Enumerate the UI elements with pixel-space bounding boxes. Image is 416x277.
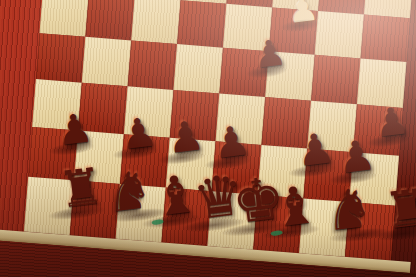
piece-shadow bbox=[245, 63, 288, 80]
black-pawn-f7: ♟ bbox=[294, 127, 336, 173]
black-pawn-a7: ♟ bbox=[54, 107, 94, 151]
piece-shadow bbox=[280, 17, 321, 34]
black-pawn-g7: ♟ bbox=[335, 134, 377, 180]
pieces-layer: ♟♟♟♟♟♟♟♟♟♜♞♝♛♚♝♞♜ bbox=[0, 0, 416, 277]
black-rook-h8: ♜ bbox=[382, 182, 416, 237]
white-pawn-f4: ♟ bbox=[286, 0, 320, 28]
black-knight-b8: ♞ bbox=[103, 163, 156, 220]
black-pawn-h6: ♟ bbox=[372, 101, 410, 143]
black-pawn-d7: ♟ bbox=[211, 120, 252, 165]
black-pawn-c7: ♟ bbox=[165, 115, 206, 160]
piece-shadow bbox=[47, 203, 106, 222]
piece-shadow bbox=[47, 140, 95, 158]
piece-shadow bbox=[111, 144, 159, 162]
black-rook-a8: ♜ bbox=[56, 161, 107, 216]
black-pawn-e5: ♟ bbox=[252, 34, 288, 74]
chessboard-photo: ♟♟♟♟♟♟♟♟♟♜♞♝♛♚♝♞♜ bbox=[0, 0, 416, 277]
black-pawn-b7: ♟ bbox=[118, 111, 158, 155]
black-bishop-f8: ♝ bbox=[269, 178, 322, 235]
black-knight-g8: ♞ bbox=[321, 180, 376, 239]
